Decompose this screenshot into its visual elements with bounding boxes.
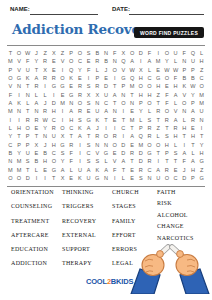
grid-cell-r5c14: P bbox=[119, 82, 128, 90]
grid-cell-r15c14: T bbox=[119, 165, 128, 173]
word-item-family: FAMILY bbox=[112, 218, 139, 224]
grid-cell-r4c8: K bbox=[67, 74, 76, 82]
grid-cell-r1c19: O bbox=[163, 49, 172, 57]
grid-cell-r3c18: E bbox=[154, 66, 163, 74]
grid-cell-r13c15: R bbox=[128, 149, 137, 157]
grid-cell-r3c13: O bbox=[110, 66, 119, 74]
grid-cell-r1c18: I bbox=[154, 49, 163, 57]
grid-cell-r8c4: N bbox=[32, 107, 41, 115]
date-input-line bbox=[129, 14, 204, 15]
grid-cell-r10c23: I bbox=[197, 124, 206, 132]
grid-cell-r6c11: X bbox=[93, 91, 102, 99]
grid-cell-r10c18: Z bbox=[154, 124, 163, 132]
grid-cell-r12c12: N bbox=[102, 140, 111, 148]
grid-cell-r2c18: M bbox=[154, 57, 163, 65]
grid-cell-r8c6: H bbox=[49, 107, 58, 115]
grid-cell-r8c13: N bbox=[110, 107, 119, 115]
grid-cell-r2c4: Y bbox=[32, 57, 41, 65]
grid-cell-r3c20: W bbox=[171, 66, 180, 74]
grid-cell-r14c8: F bbox=[67, 157, 76, 165]
grid-cell-r16c16: S bbox=[136, 174, 145, 182]
grid-cell-r11c13: R bbox=[110, 132, 119, 140]
grid-cell-r13c7: S bbox=[58, 149, 67, 157]
grid-cell-r12c23: Y bbox=[197, 140, 206, 148]
grid-cell-r8c17: L bbox=[145, 107, 154, 115]
grid-cell-r14c17: R bbox=[145, 157, 154, 165]
grid-cell-r12c11: N bbox=[93, 140, 102, 148]
grid-cell-r9c9: S bbox=[76, 116, 85, 124]
grid-cell-r12c8: R bbox=[67, 140, 76, 148]
grid-cell-r4c16: H bbox=[136, 74, 145, 82]
hands-breaking-cigarette-illustration bbox=[130, 236, 210, 294]
grid-cell-r2c11: R bbox=[93, 57, 102, 65]
grid-cell-r15c21: J bbox=[180, 165, 189, 173]
grid-cell-r8c20: V bbox=[171, 107, 180, 115]
grid-cell-r4c18: G bbox=[154, 74, 163, 82]
grid-cell-r2c10: E bbox=[84, 57, 93, 65]
grid-cell-r10c6: R bbox=[49, 124, 58, 132]
grid-cell-r11c7: X bbox=[58, 132, 67, 140]
grid-cell-r9c5: W bbox=[41, 116, 50, 124]
grid-cell-r3c10: F bbox=[84, 66, 93, 74]
grid-cell-r6c7: E bbox=[58, 91, 67, 99]
grid-cell-r5c16: O bbox=[136, 82, 145, 90]
grid-cell-r10c3: O bbox=[23, 124, 32, 132]
grid-cell-r12c4: X bbox=[32, 140, 41, 148]
grid-cell-r9c10: G bbox=[84, 116, 93, 124]
grid-cell-r15c18: A bbox=[154, 165, 163, 173]
grid-cell-r10c19: T bbox=[163, 124, 172, 132]
grid-cell-r5c17: O bbox=[145, 82, 154, 90]
grid-cell-r13c1: B bbox=[6, 149, 15, 157]
grid-cell-r7c20: L bbox=[171, 99, 180, 107]
grid-cell-r13c13: E bbox=[110, 149, 119, 157]
grid-cell-r5c6: G bbox=[49, 82, 58, 90]
grid-cell-r6c15: T bbox=[128, 91, 137, 99]
grid-cell-r5c18: H bbox=[154, 82, 163, 90]
grid-cell-r3c21: P bbox=[180, 66, 189, 74]
grid-cell-r9c11: K bbox=[93, 116, 102, 124]
grid-cell-r4c14: G bbox=[119, 74, 128, 82]
grid-cell-r16c1: O bbox=[6, 174, 15, 182]
grid-cell-r8c9: R bbox=[76, 107, 85, 115]
grid-cell-r7c9: O bbox=[76, 99, 85, 107]
grid-cell-r13c5: B bbox=[41, 149, 50, 157]
grid-cell-r10c8: C bbox=[67, 124, 76, 132]
grid-cell-r11c10: T bbox=[84, 132, 93, 140]
word-column: ORIENTATIONCOUNSELINGTREATMENTAFTERCAREE… bbox=[11, 189, 54, 275]
grid-cell-r7c16: P bbox=[136, 99, 145, 107]
grid-cell-r9c16: L bbox=[136, 116, 145, 124]
grid-cell-r6c3: N bbox=[23, 91, 32, 99]
grid-cell-r15c20: E bbox=[171, 165, 180, 173]
grid-cell-r4c12: E bbox=[102, 74, 111, 82]
grid-cell-r12c10: S bbox=[84, 140, 93, 148]
grid-cell-r15c6: G bbox=[49, 165, 58, 173]
grid-cell-r5c13: T bbox=[110, 82, 119, 90]
grid-cell-r12c13: O bbox=[110, 140, 119, 148]
date-label: DATE: bbox=[112, 6, 130, 12]
puzzle-title: Addiction Recovery bbox=[12, 21, 134, 37]
grid-cell-r9c8: H bbox=[67, 116, 76, 124]
grid-cell-r10c17: R bbox=[145, 124, 154, 132]
grid-cell-r1c11: B bbox=[93, 49, 102, 57]
worksheet-page: NAME: DATE: Addiction Recovery WORD FIND… bbox=[0, 0, 212, 300]
grid-cell-r7c6: D bbox=[49, 99, 58, 107]
grid-cell-r13c10: C bbox=[84, 149, 93, 157]
grid-cell-r1c2: O bbox=[15, 49, 24, 57]
grid-cell-r9c17: S bbox=[145, 116, 154, 124]
grid-cell-r11c16: Q bbox=[136, 132, 145, 140]
grid-cell-r1c4: J bbox=[32, 49, 41, 57]
grid-cell-r15c3: T bbox=[23, 165, 32, 173]
grid-cell-r16c18: U bbox=[154, 174, 163, 182]
grid-cell-r9c12: T bbox=[102, 116, 111, 124]
grid-cell-r12c19: H bbox=[163, 140, 172, 148]
grid-cell-r16c14: L bbox=[119, 174, 128, 182]
grid-cell-r5c1: V bbox=[6, 82, 15, 90]
grid-cell-r13c12: G bbox=[102, 149, 111, 157]
grid-cell-r16c7: X bbox=[58, 174, 67, 182]
grid-cell-r15c7: A bbox=[58, 165, 67, 173]
grid-cell-r14c13: V bbox=[110, 157, 119, 165]
grid-cell-r16c13: I bbox=[110, 174, 119, 182]
grid-cell-r14c7: Y bbox=[58, 157, 67, 165]
grid-cell-r12c7: G bbox=[58, 140, 67, 148]
grid-cell-r13c6: C bbox=[49, 149, 58, 157]
grid-cell-r3c17: L bbox=[145, 66, 154, 74]
grid-cell-r4c15: Q bbox=[128, 74, 137, 82]
grid-cell-r1c16: D bbox=[136, 49, 145, 57]
grid-cell-r16c22: P bbox=[189, 174, 198, 182]
grid-cell-r5c21: K bbox=[180, 82, 189, 90]
grid-cell-r7c14: O bbox=[119, 99, 128, 107]
grid-cell-r8c11: U bbox=[93, 107, 102, 115]
word-item-risk: RISK bbox=[157, 200, 194, 206]
grid-cell-r8c19: O bbox=[163, 107, 172, 115]
grid-cell-r15c8: L bbox=[67, 165, 76, 173]
grid-cell-r7c23: M bbox=[197, 99, 206, 107]
grid-cell-r3c2: V bbox=[15, 66, 24, 74]
grid-cell-r7c15: N bbox=[128, 99, 137, 107]
grid-cell-r13c16: D bbox=[136, 149, 145, 157]
grid-cell-r5c23: O bbox=[197, 82, 206, 90]
grid-cell-r4c4: A bbox=[32, 74, 41, 82]
grid-cell-r15c16: R bbox=[136, 165, 145, 173]
grid-cell-r12c14: D bbox=[119, 140, 128, 148]
grid-cell-r16c20: C bbox=[171, 174, 180, 182]
grid-cell-r2c7: V bbox=[58, 57, 67, 65]
grid-cell-r8c18: R bbox=[154, 107, 163, 115]
word-item-change: CHANGE bbox=[157, 223, 194, 229]
grid-cell-r2c23: H bbox=[197, 57, 206, 65]
grid-cell-r2c8: O bbox=[67, 57, 76, 65]
grid-cell-r14c1: N bbox=[6, 157, 15, 165]
grid-cell-r11c12: O bbox=[102, 132, 111, 140]
grid-cell-r10c9: K bbox=[76, 124, 85, 132]
grid-cell-r1c9: O bbox=[76, 49, 85, 57]
grid-cell-r11c4: T bbox=[32, 132, 41, 140]
grid-cell-r3c3: U bbox=[23, 66, 32, 74]
grid-cell-r12c17: O bbox=[145, 140, 154, 148]
grid-cell-r15c11: K bbox=[93, 165, 102, 173]
word-column: THINKINGTRIGGERSRECOVERYEXTERNALSUPPORTT… bbox=[62, 189, 96, 275]
grid-cell-r7c8: N bbox=[67, 99, 76, 107]
grid-cell-r15c1: M bbox=[6, 165, 15, 173]
grid-cell-r7c1: A bbox=[6, 99, 15, 107]
grid-cell-r8c10: E bbox=[84, 107, 93, 115]
grid-cell-r6c16: H bbox=[136, 91, 145, 99]
grid-cell-r4c22: B bbox=[189, 74, 198, 82]
grid-cell-r1c22: Q bbox=[189, 49, 198, 57]
grid-cell-r3c6: E bbox=[49, 66, 58, 74]
grid-cell-r7c7: M bbox=[58, 99, 67, 107]
grid-cell-r14c9: I bbox=[76, 157, 85, 165]
grid-cell-r3c5: X bbox=[41, 66, 50, 74]
grid-cell-r6c8: G bbox=[67, 91, 76, 99]
grid-cell-r10c15: T bbox=[128, 124, 137, 132]
grid-cell-r13c9: I bbox=[76, 149, 85, 157]
word-item-aftercare: AFTERCARE bbox=[11, 232, 54, 238]
grid-cell-r15c17: C bbox=[145, 165, 154, 173]
grid-cell-r12c18: O bbox=[154, 140, 163, 148]
grid-cell-r9c20: A bbox=[171, 116, 180, 124]
grid-cell-r7c22: P bbox=[189, 99, 198, 107]
grid-cell-r15c4: L bbox=[32, 165, 41, 173]
name-input-line bbox=[30, 14, 98, 15]
grid-cell-r12c2: P bbox=[15, 140, 24, 148]
grid-cell-r3c8: Q bbox=[67, 66, 76, 74]
grid-cell-r12c16: M bbox=[136, 140, 145, 148]
grid-cell-r15c12: A bbox=[102, 165, 111, 173]
grid-cell-r8c1: M bbox=[6, 107, 15, 115]
grid-cell-r5c8: E bbox=[67, 82, 76, 90]
grid-cell-r10c11: J bbox=[93, 124, 102, 132]
word-item-faith: FAITH bbox=[157, 189, 194, 195]
grid-cell-r16c4: I bbox=[32, 174, 41, 182]
grid-cell-r1c10: S bbox=[84, 49, 93, 57]
grid-cell-r13c22: L bbox=[189, 149, 198, 157]
grid-cell-r13c2: Y bbox=[15, 149, 24, 157]
logo-cool-text: COOL bbox=[86, 277, 107, 286]
grid-cell-r6c14: N bbox=[119, 91, 128, 99]
grid-cell-r3c14: V bbox=[119, 66, 128, 74]
grid-cell-r4c2: G bbox=[15, 74, 24, 82]
grid-cell-r2c3: F bbox=[23, 57, 32, 65]
grid-cell-r13c21: A bbox=[180, 149, 189, 157]
grid-cell-r16c3: D bbox=[23, 174, 32, 182]
grid-cell-r4c3: K bbox=[23, 74, 32, 82]
word-item-treatment: TREATMENT bbox=[11, 218, 54, 224]
grid-cell-r2c15: A bbox=[128, 57, 137, 65]
grid-cell-r8c12: A bbox=[102, 107, 111, 115]
grid-cell-r9c7: I bbox=[58, 116, 67, 124]
grid-cell-r7c13: T bbox=[110, 99, 119, 107]
grid-cell-r9c22: R bbox=[189, 116, 198, 124]
grid-cell-r9c14: T bbox=[119, 116, 128, 124]
grid-cell-r10c13: I bbox=[110, 124, 119, 132]
grid-cell-r14c19: T bbox=[163, 157, 172, 165]
word-item-recovery: RECOVERY bbox=[62, 218, 96, 224]
word-item-triggers: TRIGGERS bbox=[62, 203, 96, 209]
grid-cell-r11c15: A bbox=[128, 132, 137, 140]
grid-cell-r2c20: L bbox=[171, 57, 180, 65]
grid-cell-r1c21: F bbox=[180, 49, 189, 57]
grid-cell-r4c23: C bbox=[197, 74, 206, 82]
grid-cell-r2c2: V bbox=[15, 57, 24, 65]
grid-cell-r15c9: U bbox=[76, 165, 85, 173]
grid-cell-r2c9: C bbox=[76, 57, 85, 65]
grid-cell-r15c22: H bbox=[189, 165, 198, 173]
grid-cell-r14c4: B bbox=[32, 157, 41, 165]
grid-cell-r16c15: E bbox=[128, 174, 137, 182]
grid-cell-r15c2: M bbox=[15, 165, 24, 173]
grid-cell-r10c10: A bbox=[84, 124, 93, 132]
grid-cell-r11c20: H bbox=[171, 132, 180, 140]
grid-cell-r5c20: H bbox=[171, 82, 180, 90]
grid-cell-r11c14: I bbox=[119, 132, 128, 140]
grid-cell-r11c5: N bbox=[41, 132, 50, 140]
grid-cell-r10c12: I bbox=[102, 124, 111, 132]
grid-cell-r5c5: I bbox=[41, 82, 50, 90]
grid-cell-r4c10: I bbox=[84, 74, 93, 82]
grid-cell-r3c16: X bbox=[136, 66, 145, 74]
grid-cell-r8c14: I bbox=[119, 107, 128, 115]
grid-cell-r13c23: H bbox=[197, 149, 206, 157]
grid-cell-r9c18: T bbox=[154, 116, 163, 124]
grid-cell-r4c7: O bbox=[58, 74, 67, 82]
grid-cell-r2c1: M bbox=[6, 57, 15, 65]
grid-cell-r16c11: G bbox=[93, 174, 102, 182]
grid-cell-r8c3: T bbox=[23, 107, 32, 115]
grid-cell-r10c22: E bbox=[189, 124, 198, 132]
grid-cell-r8c7: I bbox=[58, 107, 67, 115]
grid-cell-r4c17: C bbox=[145, 74, 154, 82]
grid-cell-r7c4: A bbox=[32, 99, 41, 107]
grid-cell-r13c14: D bbox=[119, 149, 128, 157]
grid-cell-r14c3: S bbox=[23, 157, 32, 165]
grid-cell-r4c13: I bbox=[110, 74, 119, 82]
grid-cell-r1c6: X bbox=[49, 49, 58, 57]
grid-cell-r9c19: R bbox=[163, 116, 172, 124]
grid-cell-r14c12: L bbox=[102, 157, 111, 165]
grid-cell-r16c19: O bbox=[163, 174, 172, 182]
grid-cell-r11c22: H bbox=[189, 132, 198, 140]
grid-cell-r6c12: U bbox=[102, 91, 111, 99]
grid-cell-r15c15: E bbox=[128, 165, 137, 173]
grid-cell-r14c21: F bbox=[180, 157, 189, 165]
grid-cell-r15c19: R bbox=[163, 165, 172, 173]
grid-cell-r6c4: L bbox=[32, 91, 41, 99]
grid-cell-r3c4: T bbox=[32, 66, 41, 74]
grid-cell-r13c17: G bbox=[145, 149, 154, 157]
grid-cell-r14c22: A bbox=[189, 157, 198, 165]
grid-cell-r9c6: C bbox=[49, 116, 58, 124]
grid-cell-r4c20: F bbox=[171, 74, 180, 82]
grid-cell-r16c5: I bbox=[41, 174, 50, 182]
grid-cell-r3c9: Y bbox=[76, 66, 85, 74]
grid-cell-r8c21: N bbox=[180, 107, 189, 115]
grid-cell-r11c18: L bbox=[154, 132, 163, 140]
grid-cell-r1c17: F bbox=[145, 49, 154, 57]
grid-cell-r10c1: L bbox=[6, 124, 15, 132]
grid-cell-r1c13: F bbox=[110, 49, 119, 57]
grid-cell-r4c6: R bbox=[49, 74, 58, 82]
grid-cell-r13c20: S bbox=[171, 149, 180, 157]
grid-cell-r11c2: T bbox=[15, 132, 24, 140]
top-divider bbox=[7, 45, 205, 46]
grid-cell-r2c21: N bbox=[180, 57, 189, 65]
grid-cell-r7c17: O bbox=[145, 99, 154, 107]
cool2bkids-logo: COOL2BKIDS bbox=[86, 277, 133, 286]
grid-cell-r6c17: H bbox=[145, 91, 154, 99]
word-item-stages: STAGES bbox=[112, 203, 139, 209]
grid-cell-r1c20: U bbox=[171, 49, 180, 57]
grid-cell-r12c15: E bbox=[128, 140, 137, 148]
grid-cell-r5c19: E bbox=[163, 82, 172, 90]
grid-cell-r5c4: R bbox=[32, 82, 41, 90]
word-item-church: CHURCH bbox=[112, 189, 139, 195]
grid-cell-r3c12: J bbox=[102, 66, 111, 74]
grid-cell-r3c11: L bbox=[93, 66, 102, 74]
grid-cell-r12c1: C bbox=[6, 140, 15, 148]
grid-cell-r7c11: N bbox=[93, 99, 102, 107]
grid-cell-r9c4: R bbox=[32, 116, 41, 124]
grid-cell-r11c17: R bbox=[145, 132, 154, 140]
grid-cell-r1c15: O bbox=[128, 49, 137, 57]
grid-cell-r6c22: Y bbox=[189, 91, 198, 99]
left-fist bbox=[142, 251, 164, 276]
grid-cell-r9c21: L bbox=[180, 116, 189, 124]
grid-cell-r6c5: L bbox=[41, 91, 50, 99]
grid-cell-r14c5: H bbox=[41, 157, 50, 165]
grid-cell-r14c15: T bbox=[128, 157, 137, 165]
grid-cell-r2c19: Y bbox=[163, 57, 172, 65]
grid-cell-r11c6: U bbox=[49, 132, 58, 140]
grid-cell-r14c2: M bbox=[15, 157, 24, 165]
grid-cell-r7c21: O bbox=[180, 99, 189, 107]
name-label: NAME: bbox=[10, 6, 30, 12]
grid-cell-r4c21: B bbox=[180, 74, 189, 82]
grid-cell-r16c2: O bbox=[15, 174, 24, 182]
grid-cell-r6c20: A bbox=[171, 91, 180, 99]
grid-cell-r10c4: E bbox=[32, 124, 41, 132]
grid-cell-r6c10: X bbox=[84, 91, 93, 99]
grid-cell-r6c19: F bbox=[163, 91, 172, 99]
grid-cell-r10c20: R bbox=[171, 124, 180, 132]
grid-cell-r2c16: I bbox=[136, 57, 145, 65]
grid-cell-r5c9: R bbox=[76, 82, 85, 90]
right-fist bbox=[176, 251, 198, 276]
grid-cell-r9c2: I bbox=[15, 116, 24, 124]
grid-cell-r15c10: A bbox=[84, 165, 93, 173]
grid-cell-r1c7: Z bbox=[58, 49, 67, 57]
grid-cell-r7c18: T bbox=[154, 99, 163, 107]
grid-cell-r9c3: R bbox=[23, 116, 32, 124]
word-item-external: EXTERNAL bbox=[62, 232, 96, 238]
word-find-puzzles-badge: WORD FIND PUZZLES bbox=[134, 27, 204, 38]
grid-cell-r2c17: A bbox=[145, 57, 154, 65]
grid-cell-r16c21: D bbox=[180, 174, 189, 182]
grid-cell-r6c18: Z bbox=[154, 91, 163, 99]
grid-cell-r12c5: J bbox=[41, 140, 50, 148]
grid-cell-r4c11: P bbox=[93, 74, 102, 82]
letter-grid: TOWJZXZPOSBNFXODFIOUFQLMVFYREVOCERBNQAIA… bbox=[6, 49, 206, 182]
grid-cell-r3c1: P bbox=[6, 66, 15, 74]
grid-cell-r1c5: Z bbox=[41, 49, 50, 57]
grid-cell-r1c8: P bbox=[67, 49, 76, 57]
grid-cell-r9c15: M bbox=[128, 116, 137, 124]
